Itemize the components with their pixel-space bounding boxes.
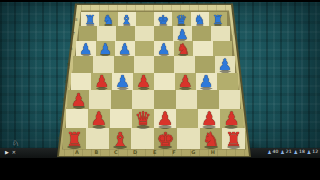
piece-blue-pawn-b6[interactable]: ♟ — [99, 42, 112, 57]
hud-counter-value: 18 — [299, 150, 305, 155]
file-label-f: F — [172, 149, 175, 155]
piece-red-knight-g1[interactable]: ♞ — [202, 130, 219, 150]
hud-counter-1: ♟21 — [280, 150, 291, 155]
rank-label-2: 2 — [60, 116, 63, 121]
piece-blue-pawn-e6[interactable]: ♟ — [157, 42, 170, 57]
piece-red-rook-a1[interactable]: ♜ — [66, 130, 83, 150]
hud-counter-3: ♟12 — [307, 150, 318, 155]
hud-counter-2: ♟18 — [294, 150, 305, 155]
hud-counter-value: 12 — [312, 150, 318, 155]
rank-label-7: 7 — [73, 31, 76, 36]
piece-red-knight-f6[interactable]: ♞ — [177, 42, 190, 57]
file-label-g: G — [191, 149, 195, 155]
rank-label-1: 1 — [57, 136, 60, 141]
pawn-icon: ♟ — [267, 150, 271, 155]
file-label-e: E — [153, 149, 156, 155]
piece-red-pawn-a3[interactable]: ♟ — [71, 92, 87, 110]
file-label-c: C — [114, 149, 118, 155]
piece-red-pawn-e2[interactable]: ♟ — [157, 110, 174, 129]
piece-blue-pawn-f7[interactable]: ♟ — [176, 28, 188, 42]
piece-red-pawn-h2[interactable]: ♟ — [223, 110, 240, 129]
piece-blue-knight-g8[interactable]: ♞ — [194, 14, 205, 27]
piece-red-rook-h1[interactable]: ♜ — [225, 130, 242, 150]
piece-red-pawn-g2[interactable]: ♟ — [201, 110, 218, 129]
piece-red-pawn-b4[interactable]: ♟ — [94, 74, 109, 91]
game-screen: ♜♞♝♚♛♞♜♟♟♟♟♟♞♟♟♟♟♟♟♟♟♛♟♟♟♜♝♚♞♜ ABCDEFGH1… — [0, 0, 320, 180]
piece-blue-rook-h8[interactable]: ♜ — [212, 14, 223, 27]
close-icon[interactable]: ✕ — [12, 149, 16, 155]
play-icon[interactable]: ▶ — [5, 149, 9, 155]
piece-blue-knight-b8[interactable]: ♞ — [103, 14, 114, 27]
file-label-d: D — [133, 149, 137, 155]
piece-blue-pawn-c4[interactable]: ♟ — [115, 74, 130, 91]
piece-red-pawn-b2[interactable]: ♟ — [90, 110, 107, 129]
piece-blue-pawn-a6[interactable]: ♟ — [79, 42, 92, 57]
rank-label-3: 3 — [62, 97, 65, 102]
rank-label-4: 4 — [65, 79, 68, 84]
file-label-h: H — [211, 149, 215, 155]
piece-blue-pawn-c6[interactable]: ♟ — [118, 42, 131, 57]
white-piece-icon[interactable]: ♘ — [12, 139, 19, 148]
file-label-a: A — [75, 149, 79, 155]
rank-label-8: 8 — [75, 17, 78, 22]
piece-blue-pawn-h5[interactable]: ♟ — [218, 58, 232, 74]
rank-label-6: 6 — [70, 46, 73, 51]
pawn-icon: ♟ — [294, 150, 298, 155]
hud-counter-value: 40 — [273, 150, 279, 155]
hud-counter-0: ♟40 — [267, 150, 278, 155]
piece-red-bishop-c1[interactable]: ♝ — [111, 130, 128, 150]
piece-red-queen-d2[interactable]: ♛ — [135, 110, 152, 129]
rank-label-5: 5 — [67, 62, 70, 67]
file-label-b: B — [94, 149, 98, 155]
hud-counter-value: 21 — [286, 150, 292, 155]
piece-blue-king-e8[interactable]: ♚ — [158, 14, 169, 27]
pawn-icon: ♟ — [280, 150, 284, 155]
piece-blue-pawn-g4[interactable]: ♟ — [199, 74, 214, 91]
piece-red-king-e1[interactable]: ♚ — [157, 130, 174, 150]
piece-blue-rook-a8[interactable]: ♜ — [85, 14, 96, 27]
piece-red-pawn-f4[interactable]: ♟ — [178, 74, 193, 91]
piece-red-pawn-d4[interactable]: ♟ — [136, 74, 151, 91]
hud-right-cluster: ♟40♟21♟18♟12 — [267, 150, 318, 155]
piece-blue-bishop-c8[interactable]: ♝ — [121, 14, 132, 27]
pawn-icon: ♟ — [307, 150, 311, 155]
